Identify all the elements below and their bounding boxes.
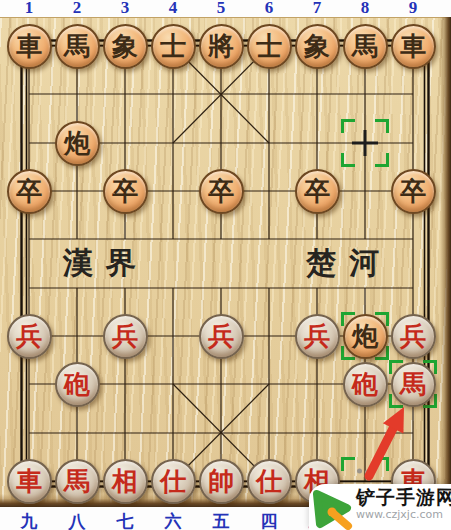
file-label-top-2: 2: [73, 0, 82, 18]
file-label-bottom-2: 八: [69, 510, 86, 530]
file-label-top-1: 1: [25, 0, 34, 18]
file-label-top-9: 9: [409, 0, 418, 18]
piece-red-soldier-c1r6[interactable]: 兵: [7, 314, 52, 359]
file-label-top-6: 6: [265, 0, 274, 18]
piece-red-general-c5r9[interactable]: 帥: [199, 459, 244, 504]
file-label-bottom-5: 五: [213, 510, 230, 530]
piece-red-advisor-c4r9[interactable]: 仕: [151, 459, 196, 504]
piece-red-soldier-c3r6[interactable]: 兵: [103, 314, 148, 359]
piece-black-soldier-c5r3[interactable]: 卒: [199, 169, 244, 214]
piece-red-soldier-c5r6[interactable]: 兵: [199, 314, 244, 359]
file-label-bottom-6: 四: [261, 510, 278, 530]
piece-black-cannon-c2r2[interactable]: 炮: [55, 121, 100, 166]
watermark-title: 铲子手游网: [356, 486, 451, 508]
piece-black-advisor-c6r0[interactable]: 士: [247, 24, 292, 69]
piece-black-general-c5r0[interactable]: 將: [199, 24, 244, 69]
river-label-left: 漢界: [57, 243, 149, 284]
piece-red-cannon-c2r7[interactable]: 砲: [55, 362, 100, 407]
piece-black-soldier-c3r3[interactable]: 卒: [103, 169, 148, 214]
watermark: 铲子手游网 www.czjxjc.com: [309, 484, 451, 530]
file-label-bottom-1: 九: [21, 510, 38, 530]
move-marker-origin-c8r2: [341, 119, 389, 167]
piece-black-horse-c8r0[interactable]: 馬: [343, 24, 388, 69]
piece-black-advisor-c4r0[interactable]: 士: [151, 24, 196, 69]
file-label-bottom-4: 六: [165, 510, 182, 530]
piece-black-soldier-c9r3[interactable]: 卒: [391, 169, 436, 214]
xiangqi-app: 漢界 楚河 123456789 九八七六五四三二一 車馬象士將士象馬車炮卒卒卒卒…: [0, 0, 451, 530]
piece-red-horse-c2r9[interactable]: 馬: [55, 459, 100, 504]
piece-red-soldier-c7r6[interactable]: 兵: [295, 314, 340, 359]
top-file-labels: 123456789: [0, 0, 451, 17]
piece-black-elephant-c7r0[interactable]: 象: [295, 24, 340, 69]
piece-black-soldier-c1r3[interactable]: 卒: [7, 169, 52, 214]
file-label-top-5: 5: [217, 0, 226, 18]
piece-red-cannon-c8r7[interactable]: 砲: [343, 362, 388, 407]
watermark-logo-icon: [309, 484, 356, 530]
piece-black-elephant-c3r0[interactable]: 象: [103, 24, 148, 69]
piece-red-chariot-c1r9[interactable]: 車: [7, 459, 52, 504]
file-label-top-3: 3: [121, 0, 130, 18]
piece-red-elephant-c3r9[interactable]: 相: [103, 459, 148, 504]
file-label-top-8: 8: [361, 0, 370, 18]
piece-red-advisor-c6r9[interactable]: 仕: [247, 459, 292, 504]
piece-black-chariot-c9r0[interactable]: 車: [391, 24, 436, 69]
file-label-bottom-3: 七: [117, 510, 134, 530]
river-label-right: 楚河: [300, 243, 392, 284]
piece-black-chariot-c1r0[interactable]: 車: [7, 24, 52, 69]
piece-red-horse-c9r7[interactable]: 馬: [391, 362, 436, 407]
piece-black-cannon-c8r6[interactable]: 炮: [343, 314, 388, 359]
piece-black-soldier-c7r3[interactable]: 卒: [295, 169, 340, 214]
watermark-url: www.czjxjc.com: [356, 508, 451, 521]
piece-black-horse-c2r0[interactable]: 馬: [55, 24, 100, 69]
file-label-top-7: 7: [313, 0, 322, 18]
file-label-top-4: 4: [169, 0, 178, 18]
piece-red-soldier-c9r6[interactable]: 兵: [391, 314, 436, 359]
